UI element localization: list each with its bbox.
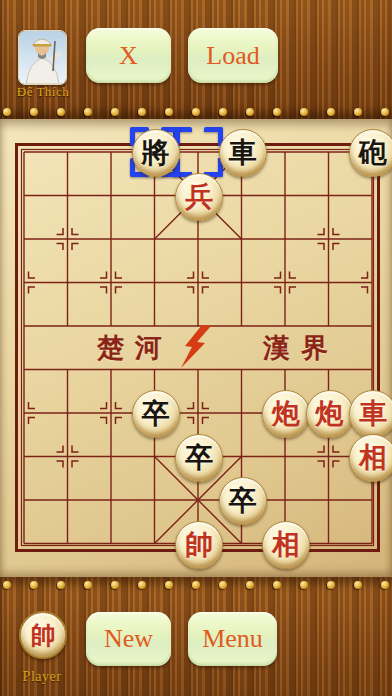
stud-icon <box>300 108 308 116</box>
new-game-button[interactable]: New <box>86 612 171 666</box>
piece-red-elephant[interactable]: 相 <box>349 434 392 482</box>
stud-icon <box>192 108 200 116</box>
stud-icon <box>354 108 362 116</box>
piece-glyph: 帥 <box>185 531 213 559</box>
piece-black-cannon[interactable]: 砲 <box>349 129 392 177</box>
piece-glyph: 相 <box>359 444 387 472</box>
piece-red-elephant[interactable]: 相 <box>262 521 310 569</box>
piece-black-general[interactable]: 將 <box>132 129 180 177</box>
stud-icon <box>273 108 281 116</box>
stud-icon <box>84 108 92 116</box>
top-bar: Đế Thích X Load <box>0 0 392 119</box>
lightning-icon <box>179 325 213 369</box>
stud-icon <box>138 581 146 589</box>
stud-icon <box>327 108 335 116</box>
stud-icon <box>381 581 389 589</box>
stud-icon <box>3 581 11 589</box>
piece-black-soldier[interactable]: 卒 <box>175 434 223 482</box>
piece-glyph: 炮 <box>272 400 300 428</box>
xiangqi-board[interactable]: 楚河 漢界 將車砲兵卒炮炮車卒相卒帥相 <box>0 119 392 577</box>
piece-black-soldier[interactable]: 卒 <box>219 477 267 525</box>
piece-glyph: 將 <box>142 139 170 167</box>
close-button[interactable]: X <box>86 28 171 83</box>
stud-icon <box>30 581 38 589</box>
stud-icon <box>138 108 146 116</box>
piece-red-cannon[interactable]: 炮 <box>262 390 310 438</box>
opponent-avatar[interactable] <box>18 30 67 85</box>
stud-icon <box>192 581 200 589</box>
stud-icon <box>246 581 254 589</box>
piece-glyph: 炮 <box>316 400 344 428</box>
stud-icon <box>381 108 389 116</box>
stud-icon <box>165 108 173 116</box>
piece-red-cannon[interactable]: 炮 <box>306 390 354 438</box>
opponent-name-label: Đế Thích <box>0 84 86 100</box>
piece-glyph: 砲 <box>359 139 387 167</box>
xiangqi-app-screen: Đế Thích X Load 楚河 漢界 將車砲兵卒炮炮車卒相卒帥相 帥 Pl… <box>0 0 392 696</box>
piece-red-soldier[interactable]: 兵 <box>175 173 223 221</box>
piece-glyph: 車 <box>229 139 257 167</box>
stud-icon <box>219 581 227 589</box>
piece-red-chariot[interactable]: 車 <box>349 390 392 438</box>
stud-icon <box>57 581 65 589</box>
stud-icon <box>3 108 11 116</box>
piece-glyph: 車 <box>359 400 387 428</box>
stud-icon <box>57 108 65 116</box>
stud-icon <box>246 108 254 116</box>
piece-glyph: 相 <box>272 531 300 559</box>
highlight-square <box>173 127 223 177</box>
decor-studs-bottom <box>3 581 389 589</box>
piece-glyph: 卒 <box>142 400 170 428</box>
player-label: Player <box>0 669 84 685</box>
stud-icon <box>219 108 227 116</box>
player-side-chip: 帥 <box>19 611 67 659</box>
stud-icon <box>165 581 173 589</box>
stud-icon <box>300 581 308 589</box>
stud-icon <box>111 581 119 589</box>
piece-black-chariot[interactable]: 車 <box>219 129 267 177</box>
piece-glyph: 卒 <box>229 487 257 515</box>
piece-black-soldier[interactable]: 卒 <box>132 390 180 438</box>
stud-icon <box>30 108 38 116</box>
player-piece-glyph: 帥 <box>31 619 56 652</box>
deity-portrait-icon <box>19 31 66 84</box>
decor-studs-top <box>3 108 389 116</box>
piece-red-general[interactable]: 帥 <box>175 521 223 569</box>
bottom-bar: 帥 Player New Menu <box>0 577 392 696</box>
stud-icon <box>84 581 92 589</box>
stud-icon <box>273 581 281 589</box>
stud-icon <box>111 108 119 116</box>
piece-glyph: 兵 <box>185 183 213 211</box>
stud-icon <box>354 581 362 589</box>
river-text-right: 漢界 <box>238 325 364 369</box>
menu-button[interactable]: Menu <box>188 612 277 666</box>
stud-icon <box>327 581 335 589</box>
load-button[interactable]: Load <box>188 28 278 83</box>
piece-glyph: 卒 <box>185 444 213 472</box>
